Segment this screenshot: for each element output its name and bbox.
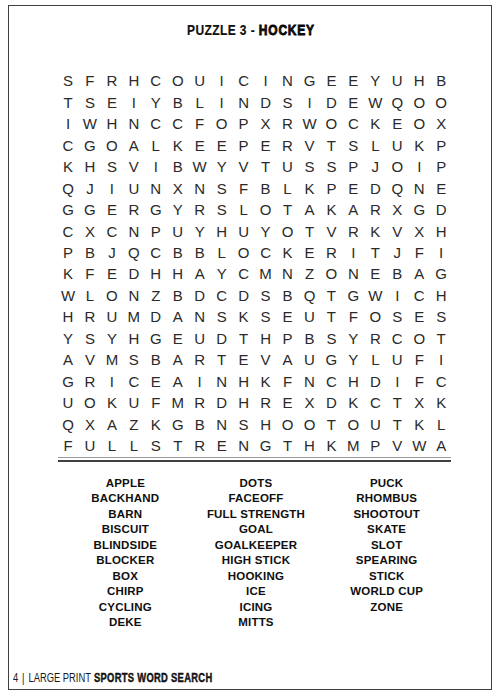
grid-cell-r12c14: F — [342, 306, 364, 327]
grid-cell-r14c1: A — [57, 349, 79, 370]
grid-cell-r6c18: E — [430, 177, 452, 198]
grid-cell-r10c3: E — [101, 263, 123, 284]
grid-cell-r6c2: J — [79, 177, 101, 198]
word-item: FULL STRENGTH — [191, 507, 322, 522]
grid-cell-r1c4: H — [123, 70, 145, 91]
grid-cell-r8c4: N — [123, 220, 145, 241]
grid-cell-r16c7: R — [189, 392, 211, 413]
grid-cell-r7c9: L — [233, 199, 255, 220]
grid-cell-r16c3: K — [101, 392, 123, 413]
word-item: ICE — [191, 584, 322, 599]
grid-cell-r4c15: L — [364, 134, 386, 155]
grid-cell-r6c4: U — [123, 177, 145, 198]
grid-cell-r15c15: D — [364, 371, 386, 392]
grid-cell-r15c2: R — [79, 371, 101, 392]
grid-cell-r2c15: W — [364, 91, 386, 112]
grid-cell-r3c5: C — [145, 113, 167, 134]
grid-cell-r17c6: G — [167, 414, 189, 435]
word-item: GOAL — [191, 522, 322, 537]
grid-cell-r13c15: R — [364, 328, 386, 349]
grid-cell-r11c10: S — [255, 285, 277, 306]
grid-cell-r5c15: J — [364, 156, 386, 177]
grid-cell-r7c13: K — [320, 199, 342, 220]
grid-cell-r10c7: A — [189, 263, 211, 284]
grid-cell-r8c18: H — [430, 220, 452, 241]
grid-cell-r3c11: R — [277, 113, 299, 134]
grid-cell-r1c11: N — [277, 70, 299, 91]
grid-cell-r9c3: J — [101, 242, 123, 263]
grid-cell-r1c3: R — [101, 70, 123, 91]
word-search-grid: SFRHCOUICINGEEYUHBTSEIYBLINDSIDEWQOOIWHN… — [57, 70, 452, 456]
grid-cell-r18c9: N — [233, 435, 255, 456]
grid-cell-r4c13: T — [320, 134, 342, 155]
grid-cell-r18c6: T — [167, 435, 189, 456]
grid-cell-r9c7: B — [189, 242, 211, 263]
grid-cell-r4c4: A — [123, 134, 145, 155]
grid-cell-r12c8: S — [211, 306, 233, 327]
grid-cell-r13c10: H — [255, 328, 277, 349]
grid-cell-r5c10: T — [255, 156, 277, 177]
grid-cell-r3c4: N — [123, 113, 145, 134]
grid-cell-r5c12: S — [298, 156, 320, 177]
grid-cell-r4c1: C — [57, 134, 79, 155]
word-item: ZONE — [321, 600, 452, 615]
grid-cell-r3c7: F — [189, 113, 211, 134]
grid-cell-r2c17: O — [408, 91, 430, 112]
grid-cell-r13c13: S — [320, 328, 342, 349]
word-item: DOTS — [191, 476, 322, 491]
grid-cell-r14c11: A — [277, 349, 299, 370]
word-item: MITTS — [191, 615, 322, 630]
grid-cell-r18c18: A — [430, 435, 452, 456]
grid-cell-r9c13: R — [320, 242, 342, 263]
grid-cell-r7c11: T — [277, 199, 299, 220]
grid-cell-r6c5: N — [145, 177, 167, 198]
grid-cell-r18c5: S — [145, 435, 167, 456]
word-list-column-1: APPLEBACKHANDBARNBISCUITBLINDSIDEBLOCKER… — [60, 476, 191, 631]
word-item: BOX — [60, 569, 191, 584]
grid-cell-r13c12: B — [298, 328, 320, 349]
word-item: GOALKEEPER — [191, 538, 322, 553]
grid-cell-r12c2: R — [79, 306, 101, 327]
grid-cell-r7c6: Y — [167, 199, 189, 220]
grid-cell-r12c6: A — [167, 306, 189, 327]
grid-cell-r7c15: R — [364, 199, 386, 220]
grid-cell-r9c18: I — [430, 242, 452, 263]
grid-cell-r18c4: L — [123, 435, 145, 456]
grid-cell-r1c18: B — [430, 70, 452, 91]
grid-cell-r5c2: H — [79, 156, 101, 177]
word-item: WORLD CUP — [321, 584, 452, 599]
grid-cell-r9c9: O — [233, 242, 255, 263]
grid-cell-r16c10: R — [255, 392, 277, 413]
grid-cell-r6c8: S — [211, 177, 233, 198]
grid-cell-r8c2: X — [79, 220, 101, 241]
grid-cell-r10c6: H — [167, 263, 189, 284]
grid-cell-r13c11: P — [277, 328, 299, 349]
grid-cell-r16c1: U — [57, 392, 79, 413]
grid-cell-r10c8: Y — [211, 263, 233, 284]
grid-cell-r5c16: O — [386, 156, 408, 177]
grid-cell-r5c7: W — [189, 156, 211, 177]
grid-cell-r3c3: H — [101, 113, 123, 134]
grid-cell-r9c6: B — [167, 242, 189, 263]
grid-cell-r4c10: E — [255, 134, 277, 155]
grid-cell-r12c5: D — [145, 306, 167, 327]
grid-cell-r9c14: I — [342, 242, 364, 263]
grid-cell-r13c1: Y — [57, 328, 79, 349]
word-item: APPLE — [60, 476, 191, 491]
grid-cell-r15c11: F — [277, 371, 299, 392]
word-item: SPEARING — [321, 553, 452, 568]
grid-cell-r12c17: E — [408, 306, 430, 327]
grid-cell-r8c13: V — [320, 220, 342, 241]
grid-cell-r11c4: N — [123, 285, 145, 306]
grid-cell-r4c7: E — [189, 134, 211, 155]
grid-cell-r13c6: E — [167, 328, 189, 349]
grid-cell-r15c16: I — [386, 371, 408, 392]
footer-series-label: LARGE PRINT — [28, 671, 90, 685]
grid-cell-r2c8: I — [211, 91, 233, 112]
grid-cell-r6c1: Q — [57, 177, 79, 198]
grid-cell-r1c2: F — [79, 70, 101, 91]
word-item: BISCUIT — [60, 522, 191, 537]
grid-cell-r2c2: S — [79, 91, 101, 112]
grid-cell-r3c12: W — [298, 113, 320, 134]
grid-cell-r14c3: M — [101, 349, 123, 370]
grid-cell-r4c18: P — [430, 134, 452, 155]
grid-cell-r3c17: O — [408, 113, 430, 134]
grid-cell-r18c1: F — [57, 435, 79, 456]
grid-cell-r3c6: C — [167, 113, 189, 134]
grid-cell-r8c8: H — [211, 220, 233, 241]
grid-cell-r5c5: I — [145, 156, 167, 177]
grid-cell-r2c16: Q — [386, 91, 408, 112]
grid-cell-r11c12: Q — [298, 285, 320, 306]
grid-cell-r2c10: D — [255, 91, 277, 112]
grid-cell-r3c14: C — [342, 113, 364, 134]
grid-cell-r17c4: Z — [123, 414, 145, 435]
grid-cell-r11c1: W — [57, 285, 79, 306]
grid-cell-r5c11: U — [277, 156, 299, 177]
grid-cell-r8c17: X — [408, 220, 430, 241]
grid-cell-r6c17: N — [408, 177, 430, 198]
grid-cell-r16c15: C — [364, 392, 386, 413]
grid-cell-r2c7: L — [189, 91, 211, 112]
grid-cell-r5c9: V — [233, 156, 255, 177]
grid-cell-r12c9: K — [233, 306, 255, 327]
word-item: BLINDSIDE — [60, 538, 191, 553]
grid-cell-r13c3: Y — [101, 328, 123, 349]
grid-cell-r3c9: P — [233, 113, 255, 134]
grid-cell-r7c10: O — [255, 199, 277, 220]
word-list-column-2: DOTSFACEOFFFULL STRENGTHGOALGOALKEEPERHI… — [191, 476, 322, 631]
grid-cell-r14c13: G — [320, 349, 342, 370]
grid-cell-r5c3: S — [101, 156, 123, 177]
grid-cell-r4c12: V — [298, 134, 320, 155]
grid-cell-r18c15: P — [364, 435, 386, 456]
grid-cell-r13c16: C — [386, 328, 408, 349]
grid-cell-r8c12: T — [298, 220, 320, 241]
word-item: BARN — [60, 507, 191, 522]
grid-cell-r2c18: O — [430, 91, 452, 112]
grid-cell-r6c14: E — [342, 177, 364, 198]
grid-cell-r12c18: S — [430, 306, 452, 327]
grid-cell-r1c1: S — [57, 70, 79, 91]
grid-cell-r16c6: M — [167, 392, 189, 413]
grid-cell-r6c13: P — [320, 177, 342, 198]
grid-cell-r6c15: D — [364, 177, 386, 198]
grid-cell-r7c16: X — [386, 199, 408, 220]
grid-cell-r1c15: Y — [364, 70, 386, 91]
word-item: SKATE — [321, 522, 452, 537]
grid-cell-r10c13: O — [320, 263, 342, 284]
word-item: CHIRP — [60, 584, 191, 599]
grid-cell-r9c4: Q — [123, 242, 145, 263]
grid-cell-r14c9: E — [233, 349, 255, 370]
grid-cell-r12c15: O — [364, 306, 386, 327]
grid-cell-r14c15: L — [364, 349, 386, 370]
grid-cell-r7c14: A — [342, 199, 364, 220]
grid-cell-r4c3: O — [101, 134, 123, 155]
grid-cell-r9c2: B — [79, 242, 101, 263]
grid-cell-r14c5: B — [145, 349, 167, 370]
grid-cell-r10c18: G — [430, 263, 452, 284]
grid-cell-r11c13: T — [320, 285, 342, 306]
grid-cell-r2c11: S — [277, 91, 299, 112]
grid-cell-r3c16: E — [386, 113, 408, 134]
grid-cell-r6c9: F — [233, 177, 255, 198]
grid-cell-r17c12: O — [298, 414, 320, 435]
grid-cell-r18c3: L — [101, 435, 123, 456]
grid-cell-r13c7: U — [189, 328, 211, 349]
grid-cell-r10c16: B — [386, 263, 408, 284]
grid-cell-r7c8: S — [211, 199, 233, 220]
grid-cell-r8c3: C — [101, 220, 123, 241]
grid-cell-r5c18: P — [430, 156, 452, 177]
grid-cell-r15c9: H — [233, 371, 255, 392]
grid-cell-r17c10: H — [255, 414, 277, 435]
grid-cell-r18c13: K — [320, 435, 342, 456]
grid-cell-r16c2: O — [79, 392, 101, 413]
grid-cell-r10c11: N — [277, 263, 299, 284]
grid-cell-r9c11: K — [277, 242, 299, 263]
grid-cell-r3c2: W — [79, 113, 101, 134]
grid-cell-r16c18: K — [430, 392, 452, 413]
grid-cell-r3c10: X — [255, 113, 277, 134]
grid-cell-r11c9: D — [233, 285, 255, 306]
footer-book-title: SPORTS WORD SEARCH — [94, 671, 212, 685]
word-item: PUCK — [321, 476, 452, 491]
grid-cell-r1c7: U — [189, 70, 211, 91]
grid-cell-r13c5: G — [145, 328, 167, 349]
grid-cell-r15c17: F — [408, 371, 430, 392]
grid-cell-r13c14: Y — [342, 328, 364, 349]
grid-cell-r8c5: P — [145, 220, 167, 241]
grid-cell-r11c5: Z — [145, 285, 167, 306]
grid-cell-r12c3: U — [101, 306, 123, 327]
grid-cell-r10c15: E — [364, 263, 386, 284]
grid-cell-r1c12: G — [298, 70, 320, 91]
grid-cell-r13c2: S — [79, 328, 101, 349]
grid-cell-r2c3: E — [101, 91, 123, 112]
grid-cell-r16c9: H — [233, 392, 255, 413]
grid-cell-r10c17: A — [408, 263, 430, 284]
grid-cell-r10c9: C — [233, 263, 255, 284]
grid-cell-r18c14: M — [342, 435, 364, 456]
grid-cell-r15c18: C — [430, 371, 452, 392]
puzzle-book-page: PUZZLE 3 - HOCKEY SFRHCOUICINGEEYUHBTSEI… — [0, 0, 502, 700]
grid-cell-r12c13: T — [320, 306, 342, 327]
grid-cell-r8c10: Y — [255, 220, 277, 241]
grid-cell-r11c18: H — [430, 285, 452, 306]
grid-cell-r10c4: D — [123, 263, 145, 284]
grid-cell-r9c5: C — [145, 242, 167, 263]
grid-cell-r13c17: O — [408, 328, 430, 349]
grid-cell-r6c7: N — [189, 177, 211, 198]
word-item: FACEOFF — [191, 491, 322, 506]
grid-cell-r15c3: I — [101, 371, 123, 392]
grid-cell-r2c1: T — [57, 91, 79, 112]
grid-cell-r16c5: F — [145, 392, 167, 413]
grid-cell-r6c12: K — [298, 177, 320, 198]
grid-cell-r7c7: R — [189, 199, 211, 220]
grid-cell-r14c2: V — [79, 349, 101, 370]
grid-cell-r14c16: U — [386, 349, 408, 370]
grid-cell-r14c12: U — [298, 349, 320, 370]
grid-cell-r13c4: H — [123, 328, 145, 349]
grid-cell-r12c16: S — [386, 306, 408, 327]
grid-cell-r4c16: U — [386, 134, 408, 155]
footer-page-number: 4 — [13, 671, 18, 685]
grid-cell-r9c16: J — [386, 242, 408, 263]
grid-cell-r1c10: I — [255, 70, 277, 91]
page-footer: 4|LARGE PRINTSPORTS WORD SEARCH — [13, 671, 212, 685]
grid-cell-r4c9: P — [233, 134, 255, 155]
grid-cell-r17c5: K — [145, 414, 167, 435]
grid-cell-r13c18: T — [430, 328, 452, 349]
grid-cell-r1c16: U — [386, 70, 408, 91]
grid-cell-r17c14: O — [342, 414, 364, 435]
grid-cell-r1c6: O — [167, 70, 189, 91]
grid-cell-r2c6: B — [167, 91, 189, 112]
word-list: APPLEBACKHANDBARNBISCUITBLINDSIDEBLOCKER… — [60, 476, 452, 631]
grid-cell-r18c10: G — [255, 435, 277, 456]
grid-cell-r17c16: T — [386, 414, 408, 435]
word-item: RHOMBUS — [321, 491, 452, 506]
grid-cell-r10c10: M — [255, 263, 277, 284]
grid-cell-r16c13: D — [320, 392, 342, 413]
grid-cell-r4c2: G — [79, 134, 101, 155]
grid-cell-r8c7: Y — [189, 220, 211, 241]
grid-cell-r2c13: D — [320, 91, 342, 112]
grid-cell-r1c5: C — [145, 70, 167, 91]
grid-cell-r14c10: V — [255, 349, 277, 370]
grid-cell-r17c11: O — [277, 414, 299, 435]
grid-cell-r2c9: N — [233, 91, 255, 112]
grid-cell-r10c12: Z — [298, 263, 320, 284]
grid-cell-r1c13: E — [320, 70, 342, 91]
grid-cell-r8c1: C — [57, 220, 79, 241]
grid-cell-r4c11: R — [277, 134, 299, 155]
grid-cell-r10c14: N — [342, 263, 364, 284]
grid-cell-r16c8: D — [211, 392, 233, 413]
grid-cell-r11c17: C — [408, 285, 430, 306]
grid-cell-r14c17: F — [408, 349, 430, 370]
puzzle-number-label: PUZZLE 3 - — [187, 21, 259, 38]
grid-cell-r17c1: Q — [57, 414, 79, 435]
grid-cell-r6c3: I — [101, 177, 123, 198]
grid-cell-r9c12: E — [298, 242, 320, 263]
grid-cell-r6c6: X — [167, 177, 189, 198]
grid-cell-r18c12: H — [298, 435, 320, 456]
grid-cell-r5c1: K — [57, 156, 79, 177]
word-item: SLOT — [321, 538, 452, 553]
grid-cell-r13c9: T — [233, 328, 255, 349]
grid-cell-r16c14: K — [342, 392, 364, 413]
grid-cell-r17c17: K — [408, 414, 430, 435]
grid-cell-r1c14: E — [342, 70, 364, 91]
grid-cell-r17c7: B — [189, 414, 211, 435]
grid-cell-r12c12: U — [298, 306, 320, 327]
grid-cell-r7c4: R — [123, 199, 145, 220]
grid-cell-r18c17: W — [408, 435, 430, 456]
grid-cell-r12c11: E — [277, 306, 299, 327]
grid-cell-r11c6: B — [167, 285, 189, 306]
grid-cell-r7c17: G — [408, 199, 430, 220]
grid-cell-r14c18: I — [430, 349, 452, 370]
grid-cell-r16c16: T — [386, 392, 408, 413]
word-item: BACKHAND — [60, 491, 191, 506]
grid-cell-r15c1: G — [57, 371, 79, 392]
word-list-column-3: PUCKRHOMBUSSHOOTOUTSKATESLOTSPEARINGSTIC… — [321, 476, 452, 631]
grid-cell-r3c8: O — [211, 113, 233, 134]
grid-cell-r11c8: C — [211, 285, 233, 306]
grid-cell-r4c8: E — [211, 134, 233, 155]
grid-cell-r2c4: I — [123, 91, 145, 112]
grid-cell-r6c10: B — [255, 177, 277, 198]
grid-cell-r5c14: P — [342, 156, 364, 177]
grid-cell-r3c1: I — [57, 113, 79, 134]
grid-cell-r8c9: U — [233, 220, 255, 241]
grid-cell-r11c7: D — [189, 285, 211, 306]
grid-cell-r10c5: H — [145, 263, 167, 284]
puzzle-theme-label: HOCKEY — [259, 21, 315, 38]
grid-cell-r5c17: I — [408, 156, 430, 177]
puzzle-title: PUZZLE 3 - HOCKEY — [50, 21, 452, 38]
grid-cell-r15c4: C — [123, 371, 145, 392]
grid-cell-r5c6: B — [167, 156, 189, 177]
grid-cell-r11c15: W — [364, 285, 386, 306]
grid-cell-r16c12: X — [298, 392, 320, 413]
grid-cell-r18c16: V — [386, 435, 408, 456]
grid-cell-r16c4: U — [123, 392, 145, 413]
grid-cell-r14c4: S — [123, 349, 145, 370]
grid-cell-r15c10: K — [255, 371, 277, 392]
word-item: DEKE — [60, 615, 191, 630]
grid-cell-r13c8: D — [211, 328, 233, 349]
grid-cell-r9c17: F — [408, 242, 430, 263]
grid-cell-r17c2: X — [79, 414, 101, 435]
grid-cell-r7c12: A — [298, 199, 320, 220]
grid-cell-r17c3: A — [101, 414, 123, 435]
grid-cell-r17c13: T — [320, 414, 342, 435]
separator-double-rule — [58, 457, 451, 462]
grid-cell-r2c14: E — [342, 91, 364, 112]
word-item: HOOKING — [191, 569, 322, 584]
grid-cell-r11c2: L — [79, 285, 101, 306]
grid-cell-r3c13: O — [320, 113, 342, 134]
